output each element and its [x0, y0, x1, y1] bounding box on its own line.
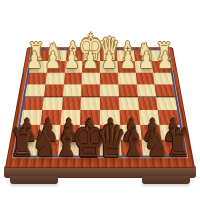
square-r4c5[interactable] [100, 84, 119, 97]
square-r3c5[interactable] [100, 72, 118, 84]
square-r5c5[interactable] [100, 97, 119, 110]
white-pawn[interactable]: ♟ [26, 49, 42, 72]
square-r5c7[interactable] [138, 97, 158, 110]
square-r4c8[interactable] [155, 84, 175, 97]
square-r5c4[interactable] [81, 97, 100, 110]
square-r5c8[interactable] [156, 97, 177, 110]
square-r5c2[interactable] [42, 97, 62, 110]
square-r3c4[interactable] [82, 72, 100, 84]
square-r4c4[interactable] [81, 84, 100, 97]
square-r3c3[interactable] [64, 72, 83, 84]
square-r5c1[interactable] [23, 97, 44, 110]
black-rook[interactable]: ♜ [166, 126, 191, 162]
board-fold-seam [25, 96, 175, 97]
white-pawn[interactable]: ♟ [83, 49, 99, 72]
square-r5c3[interactable] [61, 97, 81, 110]
square-r4c2[interactable] [44, 84, 64, 97]
white-pawn[interactable]: ♟ [157, 49, 173, 72]
square-r4c7[interactable] [136, 84, 156, 97]
square-r4c1[interactable] [25, 84, 45, 97]
white-pawn[interactable]: ♟ [45, 49, 61, 72]
board-foot-right [142, 176, 190, 184]
square-r5c6[interactable] [119, 97, 139, 110]
chess-set-photo: ♜♞♝♚♛♝♞♜♟♟♟♟♟♟♟♟♟♟♟♟♟♟♟♟♜♞♝♚♛♝♞♜ [0, 0, 200, 200]
white-pawn[interactable]: ♟ [101, 49, 117, 72]
square-r3c6[interactable] [118, 72, 137, 84]
square-r3c7[interactable] [135, 72, 154, 84]
white-pawn[interactable]: ♟ [139, 49, 155, 72]
square-r3c2[interactable] [45, 72, 64, 84]
white-pawn[interactable]: ♟ [120, 49, 136, 72]
square-r4c3[interactable] [62, 84, 81, 97]
board-foot-left [10, 176, 58, 184]
white-pawn[interactable]: ♟ [64, 49, 80, 72]
square-r3c1[interactable] [27, 72, 47, 84]
square-r4c6[interactable] [118, 84, 137, 97]
square-r3c8[interactable] [153, 72, 173, 84]
